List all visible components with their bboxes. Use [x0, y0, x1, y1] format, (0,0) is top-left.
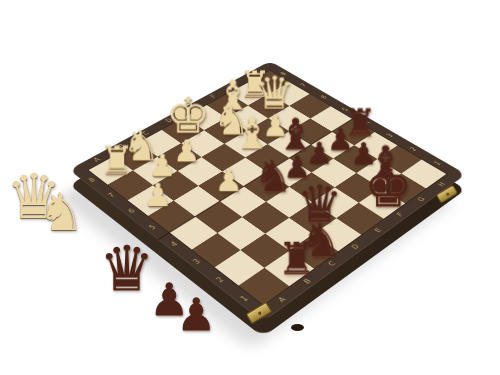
piece-black-rook-b1[interactable]: ♜: [278, 237, 317, 281]
piece-black-king-f1[interactable]: ♚: [364, 161, 413, 215]
captured-black-pawn: ♟: [176, 292, 216, 337]
piece-white-pawn-a6[interactable]: ♟: [144, 179, 173, 211]
piece-black-knight-d4[interactable]: ♞: [254, 154, 293, 198]
piece-white-pawn-c7[interactable]: ♟: [173, 136, 200, 166]
board-foot: [291, 324, 304, 331]
piece-white-rook-a8[interactable]: ♜: [99, 142, 134, 181]
captured-white-knight: ♞: [38, 186, 85, 238]
chess-set-photo: ABCDEFGH ABCDEFGH 87654321 87654321 ♜♞♚♝…: [0, 0, 500, 375]
piece-white-bishop-e6[interactable]: ♝: [233, 111, 272, 154]
piece-white-pawn-c5[interactable]: ♟: [215, 165, 243, 196]
captured-black-queen: ♛: [99, 238, 155, 300]
